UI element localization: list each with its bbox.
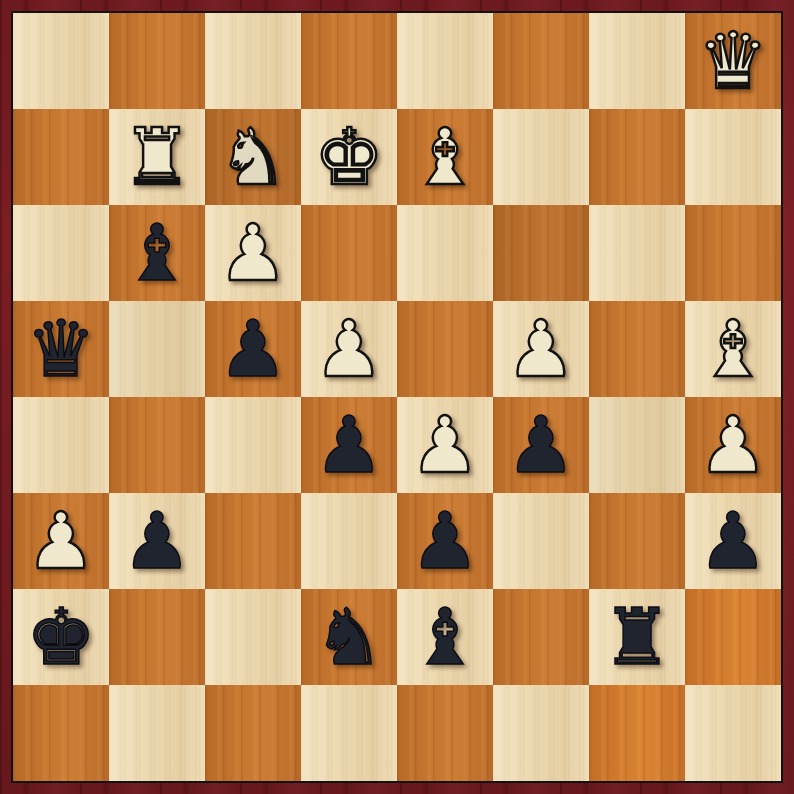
square-c4[interactable] xyxy=(205,397,301,493)
white-pawn-h4[interactable]: ♟ xyxy=(698,397,768,493)
square-f7[interactable] xyxy=(493,109,589,205)
square-e1[interactable] xyxy=(397,685,493,781)
square-g1[interactable] xyxy=(589,685,685,781)
black-rook-g2[interactable]: ♜ xyxy=(602,589,672,685)
square-h5[interactable]: ♝ xyxy=(685,301,781,397)
white-pawn-f5[interactable]: ♟ xyxy=(506,301,576,397)
white-pawn-a3[interactable]: ♟ xyxy=(26,493,96,589)
square-g3[interactable] xyxy=(589,493,685,589)
square-d1[interactable] xyxy=(301,685,397,781)
black-pawn-c5[interactable]: ♟ xyxy=(218,301,288,397)
square-e7[interactable]: ♝ xyxy=(397,109,493,205)
square-b6[interactable]: ♝ xyxy=(109,205,205,301)
black-pawn-h3[interactable]: ♟ xyxy=(698,493,768,589)
square-g2[interactable]: ♜ xyxy=(589,589,685,685)
square-c2[interactable] xyxy=(205,589,301,685)
square-a2[interactable]: ♚ xyxy=(13,589,109,685)
square-d2[interactable]: ♞ xyxy=(301,589,397,685)
white-pawn-d5[interactable]: ♟ xyxy=(314,301,384,397)
black-queen-a5[interactable]: ♛ xyxy=(26,301,96,397)
black-pawn-b3[interactable]: ♟ xyxy=(122,493,192,589)
square-a8[interactable] xyxy=(13,13,109,109)
square-c3[interactable] xyxy=(205,493,301,589)
square-c6[interactable]: ♟ xyxy=(205,205,301,301)
square-f1[interactable] xyxy=(493,685,589,781)
square-h4[interactable]: ♟ xyxy=(685,397,781,493)
square-e2[interactable]: ♝ xyxy=(397,589,493,685)
white-knight-c7[interactable]: ♞ xyxy=(218,109,288,205)
square-b2[interactable] xyxy=(109,589,205,685)
square-g5[interactable] xyxy=(589,301,685,397)
square-a5[interactable]: ♛ xyxy=(13,301,109,397)
square-d5[interactable]: ♟ xyxy=(301,301,397,397)
square-c8[interactable] xyxy=(205,13,301,109)
square-f3[interactable] xyxy=(493,493,589,589)
square-h1[interactable] xyxy=(685,685,781,781)
white-bishop-e7[interactable]: ♝ xyxy=(410,109,480,205)
white-queen-h8[interactable]: ♛ xyxy=(698,13,768,109)
square-c7[interactable]: ♞ xyxy=(205,109,301,205)
black-king-a2[interactable]: ♚ xyxy=(26,589,96,685)
square-e3[interactable]: ♟ xyxy=(397,493,493,589)
black-bishop-e2[interactable]: ♝ xyxy=(410,589,480,685)
square-a4[interactable] xyxy=(13,397,109,493)
square-b8[interactable] xyxy=(109,13,205,109)
square-a6[interactable] xyxy=(13,205,109,301)
square-g8[interactable] xyxy=(589,13,685,109)
square-a1[interactable] xyxy=(13,685,109,781)
square-e8[interactable] xyxy=(397,13,493,109)
square-d3[interactable] xyxy=(301,493,397,589)
square-h3[interactable]: ♟ xyxy=(685,493,781,589)
black-knight-d2[interactable]: ♞ xyxy=(314,589,384,685)
square-c5[interactable]: ♟ xyxy=(205,301,301,397)
black-pawn-d4[interactable]: ♟ xyxy=(314,397,384,493)
square-d6[interactable] xyxy=(301,205,397,301)
square-h2[interactable] xyxy=(685,589,781,685)
white-bishop-h5[interactable]: ♝ xyxy=(698,301,768,397)
square-b5[interactable] xyxy=(109,301,205,397)
square-a7[interactable] xyxy=(13,109,109,205)
board-grid: ♛♜♞♚♝♝♟♛♟♟♟♝♟♟♟♟♟♟♟♟♚♞♝♜ xyxy=(11,11,783,783)
square-c1[interactable] xyxy=(205,685,301,781)
square-b4[interactable] xyxy=(109,397,205,493)
white-rook-b7[interactable]: ♜ xyxy=(122,109,192,205)
square-g7[interactable] xyxy=(589,109,685,205)
black-pawn-e3[interactable]: ♟ xyxy=(410,493,480,589)
square-g4[interactable] xyxy=(589,397,685,493)
square-e6[interactable] xyxy=(397,205,493,301)
square-g6[interactable] xyxy=(589,205,685,301)
square-f2[interactable] xyxy=(493,589,589,685)
board-frame: ♛♜♞♚♝♝♟♛♟♟♟♝♟♟♟♟♟♟♟♟♚♞♝♜ xyxy=(0,0,794,794)
white-pawn-c6[interactable]: ♟ xyxy=(218,205,288,301)
square-f5[interactable]: ♟ xyxy=(493,301,589,397)
square-f6[interactable] xyxy=(493,205,589,301)
black-bishop-b6[interactable]: ♝ xyxy=(122,205,192,301)
square-h8[interactable]: ♛ xyxy=(685,13,781,109)
square-e4[interactable]: ♟ xyxy=(397,397,493,493)
white-king-d7[interactable]: ♚ xyxy=(314,109,384,205)
square-d4[interactable]: ♟ xyxy=(301,397,397,493)
square-a3[interactable]: ♟ xyxy=(13,493,109,589)
square-e5[interactable] xyxy=(397,301,493,397)
square-h7[interactable] xyxy=(685,109,781,205)
square-f8[interactable] xyxy=(493,13,589,109)
black-pawn-f4[interactable]: ♟ xyxy=(506,397,576,493)
square-d8[interactable] xyxy=(301,13,397,109)
square-b7[interactable]: ♜ xyxy=(109,109,205,205)
square-b1[interactable] xyxy=(109,685,205,781)
square-f4[interactable]: ♟ xyxy=(493,397,589,493)
square-h6[interactable] xyxy=(685,205,781,301)
square-d7[interactable]: ♚ xyxy=(301,109,397,205)
square-b3[interactable]: ♟ xyxy=(109,493,205,589)
white-pawn-e4[interactable]: ♟ xyxy=(410,397,480,493)
